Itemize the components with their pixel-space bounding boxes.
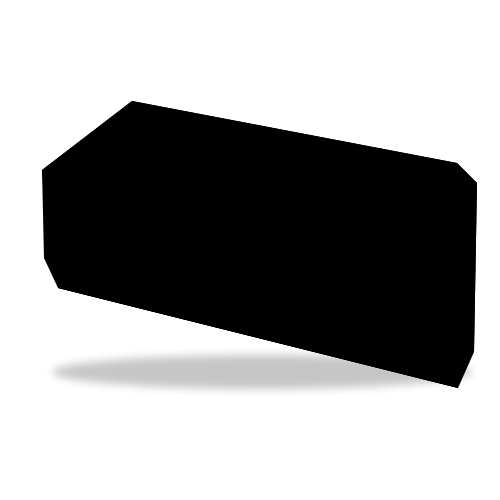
wooden-box [42,101,477,388]
toy-box-photo [0,0,500,500]
toy-box-scene [0,0,500,500]
